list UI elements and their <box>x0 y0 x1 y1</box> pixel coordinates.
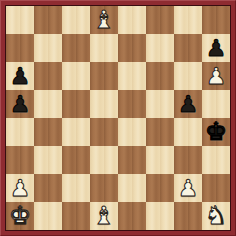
square-c2[interactable] <box>62 174 90 202</box>
chess-board: ♝♟♟♟♟♟♚♟♟♚♝♞ <box>6 6 230 230</box>
square-a5[interactable]: ♟ <box>6 90 34 118</box>
square-h1[interactable]: ♞ <box>202 202 230 230</box>
square-d7[interactable] <box>90 34 118 62</box>
square-e5[interactable] <box>118 90 146 118</box>
square-h4[interactable]: ♚ <box>202 118 230 146</box>
black-pawn-a6: ♟ <box>10 62 31 90</box>
square-b6[interactable] <box>34 62 62 90</box>
square-d5[interactable] <box>90 90 118 118</box>
square-g1[interactable] <box>174 202 202 230</box>
square-c5[interactable] <box>62 90 90 118</box>
square-a8[interactable] <box>6 6 34 34</box>
square-f4[interactable] <box>146 118 174 146</box>
square-g2[interactable]: ♟ <box>174 174 202 202</box>
square-a4[interactable] <box>6 118 34 146</box>
square-g7[interactable] <box>174 34 202 62</box>
square-d1[interactable]: ♝ <box>90 202 118 230</box>
white-pawn-h6: ♟ <box>206 62 227 90</box>
square-a3[interactable] <box>6 146 34 174</box>
square-c1[interactable] <box>62 202 90 230</box>
square-h5[interactable] <box>202 90 230 118</box>
square-b3[interactable] <box>34 146 62 174</box>
square-f6[interactable] <box>146 62 174 90</box>
square-g6[interactable] <box>174 62 202 90</box>
square-d3[interactable] <box>90 146 118 174</box>
square-f3[interactable] <box>146 146 174 174</box>
square-b4[interactable] <box>34 118 62 146</box>
black-pawn-g5: ♟ <box>178 90 199 118</box>
square-h2[interactable] <box>202 174 230 202</box>
square-g3[interactable] <box>174 146 202 174</box>
square-e2[interactable] <box>118 174 146 202</box>
square-d4[interactable] <box>90 118 118 146</box>
square-h8[interactable] <box>202 6 230 34</box>
white-knight-h1: ♞ <box>205 202 227 230</box>
square-e7[interactable] <box>118 34 146 62</box>
square-d2[interactable] <box>90 174 118 202</box>
square-d6[interactable] <box>90 62 118 90</box>
square-e3[interactable] <box>118 146 146 174</box>
black-pawn-a5: ♟ <box>10 90 31 118</box>
square-b7[interactable] <box>34 34 62 62</box>
square-h6[interactable]: ♟ <box>202 62 230 90</box>
square-f7[interactable] <box>146 34 174 62</box>
square-f1[interactable] <box>146 202 174 230</box>
square-a2[interactable]: ♟ <box>6 174 34 202</box>
square-c8[interactable] <box>62 6 90 34</box>
square-f5[interactable] <box>146 90 174 118</box>
square-e8[interactable] <box>118 6 146 34</box>
square-c6[interactable] <box>62 62 90 90</box>
square-c3[interactable] <box>62 146 90 174</box>
square-g5[interactable]: ♟ <box>174 90 202 118</box>
square-c4[interactable] <box>62 118 90 146</box>
black-king-h4: ♚ <box>205 118 227 146</box>
square-b8[interactable] <box>34 6 62 34</box>
square-a1[interactable]: ♚ <box>6 202 34 230</box>
white-king-a1: ♚ <box>9 202 31 230</box>
square-f8[interactable] <box>146 6 174 34</box>
square-c7[interactable] <box>62 34 90 62</box>
square-a6[interactable]: ♟ <box>6 62 34 90</box>
white-pawn-g2: ♟ <box>178 174 199 202</box>
black-pawn-h7: ♟ <box>206 34 227 62</box>
square-b2[interactable] <box>34 174 62 202</box>
square-a7[interactable] <box>6 34 34 62</box>
square-h3[interactable] <box>202 146 230 174</box>
square-d8[interactable]: ♝ <box>90 6 118 34</box>
chess-board-frame: ♝♟♟♟♟♟♚♟♟♚♝♞ <box>0 0 236 236</box>
square-f2[interactable] <box>146 174 174 202</box>
square-g4[interactable] <box>174 118 202 146</box>
square-b5[interactable] <box>34 90 62 118</box>
white-bishop-d1: ♝ <box>93 202 115 230</box>
square-e6[interactable] <box>118 62 146 90</box>
square-g8[interactable] <box>174 6 202 34</box>
square-e4[interactable] <box>118 118 146 146</box>
white-bishop-d8: ♝ <box>93 6 115 34</box>
white-pawn-a2: ♟ <box>10 174 31 202</box>
square-b1[interactable] <box>34 202 62 230</box>
square-e1[interactable] <box>118 202 146 230</box>
square-h7[interactable]: ♟ <box>202 34 230 62</box>
